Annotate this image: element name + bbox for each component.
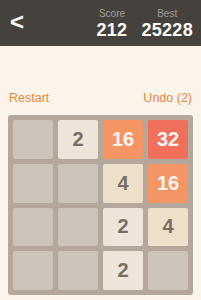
tile-4: 4 bbox=[148, 208, 188, 247]
score-value: 212 bbox=[97, 20, 128, 41]
top-bar: < Score 212 Best 25228 bbox=[0, 0, 201, 46]
empty-cell bbox=[13, 208, 53, 247]
best-block: Best 25228 bbox=[141, 8, 193, 41]
empty-cell bbox=[13, 251, 53, 290]
empty-cell bbox=[58, 251, 98, 290]
tile-2: 2 bbox=[103, 251, 143, 290]
score-block: Score 212 bbox=[97, 8, 128, 41]
restart-button[interactable]: Restart bbox=[9, 90, 49, 106]
best-value: 25228 bbox=[141, 20, 193, 41]
back-button[interactable]: < bbox=[8, 6, 30, 40]
controls-row: Restart Undo (2) bbox=[0, 90, 201, 106]
empty-cell bbox=[13, 120, 53, 159]
tile-16: 16 bbox=[103, 120, 143, 159]
empty-cell bbox=[148, 251, 188, 290]
tile-2: 2 bbox=[103, 208, 143, 247]
tile-2: 2 bbox=[58, 120, 98, 159]
tile-4: 4 bbox=[103, 164, 143, 203]
score-label: Score bbox=[99, 8, 125, 20]
empty-cell bbox=[58, 208, 98, 247]
tile-16: 16 bbox=[148, 164, 188, 203]
board[interactable]: 21632416242 bbox=[8, 115, 193, 295]
tile-32: 32 bbox=[148, 120, 188, 159]
empty-cell bbox=[58, 164, 98, 203]
undo-button[interactable]: Undo (2) bbox=[143, 90, 192, 106]
empty-cell bbox=[13, 164, 53, 203]
best-label: Best bbox=[157, 8, 177, 20]
